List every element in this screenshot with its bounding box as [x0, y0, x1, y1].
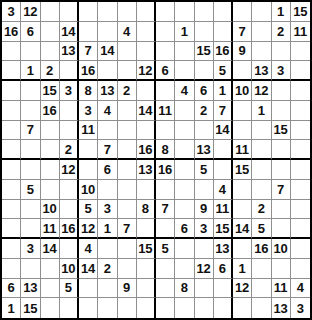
grid-cell-r6c6-given[interactable]: 4	[98, 101, 117, 121]
grid-cell-r14c1-empty[interactable]	[2, 259, 21, 279]
grid-cell-r1c6-empty[interactable]	[98, 2, 117, 22]
grid-cell-r3c7-empty[interactable]	[118, 42, 137, 62]
grid-cell-r12c7-given[interactable]: 7	[118, 219, 137, 239]
grid-cell-r15c10-given[interactable]: 8	[175, 279, 194, 299]
grid-cell-r13c1-empty[interactable]	[2, 239, 21, 259]
grid-cell-r16c1-given[interactable]: 1	[2, 298, 21, 318]
grid-cell-r11c1-empty[interactable]	[2, 200, 21, 220]
grid-cell-r2c5-empty[interactable]	[79, 22, 98, 42]
grid-cell-r9c11-given[interactable]: 5	[195, 160, 214, 180]
grid-cell-r1c8-empty[interactable]	[137, 2, 156, 22]
grid-cell-r13c11-empty[interactable]	[195, 239, 214, 259]
grid-cell-r15c2-given[interactable]: 13	[21, 279, 40, 299]
grid-cell-r8c1-empty[interactable]	[2, 140, 21, 160]
grid-cell-r14c16-empty[interactable]	[291, 259, 310, 279]
grid-cell-r5c4-given[interactable]: 3	[60, 81, 79, 101]
grid-cell-r7c13-empty[interactable]	[233, 121, 252, 141]
grid-cell-r7c5-given[interactable]: 11	[79, 121, 98, 141]
grid-cell-r4c2-given[interactable]: 1	[21, 61, 40, 81]
grid-cell-r1c7-empty[interactable]	[118, 2, 137, 22]
grid-cell-r8c3-empty[interactable]	[41, 140, 60, 160]
grid-cell-r16c13-empty[interactable]	[233, 298, 252, 318]
grid-cell-r5c2-empty[interactable]	[21, 81, 40, 101]
grid-cell-r13c8-given[interactable]: 15	[137, 239, 156, 259]
grid-cell-r3c16-empty[interactable]	[291, 42, 310, 62]
grid-cell-r12c13-given[interactable]: 14	[233, 219, 252, 239]
grid-cell-r6c4-empty[interactable]	[60, 101, 79, 121]
grid-cell-r6c7-empty[interactable]	[118, 101, 137, 121]
grid-cell-r3c4-given[interactable]: 13	[60, 42, 79, 62]
grid-cell-r4c3-given[interactable]: 2	[41, 61, 60, 81]
grid-cell-r13c6-empty[interactable]	[98, 239, 117, 259]
grid-cell-r14c10-empty[interactable]	[175, 259, 194, 279]
grid-cell-r9c7-empty[interactable]	[118, 160, 137, 180]
grid-cell-r4c4-empty[interactable]	[60, 61, 79, 81]
grid-cell-r1c12-empty[interactable]	[214, 2, 233, 22]
grid-cell-r12c5-given[interactable]: 12	[79, 219, 98, 239]
grid-cell-r1c14-empty[interactable]	[252, 2, 271, 22]
grid-cell-r12c15-empty[interactable]	[272, 219, 291, 239]
grid-cell-r3c14-empty[interactable]	[252, 42, 271, 62]
grid-cell-r10c2-given[interactable]: 5	[21, 180, 40, 200]
grid-cell-r9c14-empty[interactable]	[252, 160, 271, 180]
grid-cell-r10c7-empty[interactable]	[118, 180, 137, 200]
grid-cell-r4c12-given[interactable]: 5	[214, 61, 233, 81]
grid-cell-r5c13-given[interactable]: 10	[233, 81, 252, 101]
grid-cell-r2c8-empty[interactable]	[137, 22, 156, 42]
grid-cell-r4c16-empty[interactable]	[291, 61, 310, 81]
grid-cell-r11c14-given[interactable]: 2	[252, 200, 271, 220]
grid-cell-r9c6-given[interactable]: 6	[98, 160, 117, 180]
grid-cell-r15c8-empty[interactable]	[137, 279, 156, 299]
grid-cell-r6c8-given[interactable]: 14	[137, 101, 156, 121]
grid-cell-r7c10-empty[interactable]	[175, 121, 194, 141]
grid-cell-r8c2-empty[interactable]	[21, 140, 40, 160]
grid-cell-r13c12-given[interactable]: 13	[214, 239, 233, 259]
grid-cell-r15c5-empty[interactable]	[79, 279, 98, 299]
grid-cell-r5c16-empty[interactable]	[291, 81, 310, 101]
grid-cell-r1c16-given[interactable]: 15	[291, 2, 310, 22]
grid-cell-r7c11-empty[interactable]	[195, 121, 214, 141]
grid-cell-r11c10-empty[interactable]	[175, 200, 194, 220]
grid-cell-r12c16-empty[interactable]	[291, 219, 310, 239]
grid-cell-r3c13-given[interactable]: 9	[233, 42, 252, 62]
grid-cell-r13c2-given[interactable]: 3	[21, 239, 40, 259]
grid-cell-r10c9-empty[interactable]	[156, 180, 175, 200]
grid-cell-r13c16-empty[interactable]	[291, 239, 310, 259]
grid-cell-r10c12-given[interactable]: 4	[214, 180, 233, 200]
grid-cell-r7c2-given[interactable]: 7	[21, 121, 40, 141]
grid-cell-r4c5-given[interactable]: 16	[79, 61, 98, 81]
grid-cell-r15c16-given[interactable]: 4	[291, 279, 310, 299]
grid-cell-r16c11-empty[interactable]	[195, 298, 214, 318]
grid-cell-r11c4-empty[interactable]	[60, 200, 79, 220]
grid-cell-r6c11-given[interactable]: 2	[195, 101, 214, 121]
grid-cell-r3c5-given[interactable]: 7	[79, 42, 98, 62]
grid-cell-r2c4-given[interactable]: 14	[60, 22, 79, 42]
grid-cell-r9c5-empty[interactable]	[79, 160, 98, 180]
grid-cell-r10c16-empty[interactable]	[291, 180, 310, 200]
hexadoku-board: 3121151661441721113714151691216126513315…	[0, 0, 312, 320]
grid-cell-r13c3-given[interactable]: 14	[41, 239, 60, 259]
grid-cell-r12c11-given[interactable]: 3	[195, 219, 214, 239]
grid-cell-r5c3-given[interactable]: 15	[41, 81, 60, 101]
grid-cell-r13c10-empty[interactable]	[175, 239, 194, 259]
grid-cell-r14c2-empty[interactable]	[21, 259, 40, 279]
grid-cell-r13c7-empty[interactable]	[118, 239, 137, 259]
grid-cell-r16c15-given[interactable]: 13	[272, 298, 291, 318]
grid-cell-r15c13-given[interactable]: 12	[233, 279, 252, 299]
grid-cell-r14c12-given[interactable]: 6	[214, 259, 233, 279]
grid-cell-r3c10-empty[interactable]	[175, 42, 194, 62]
grid-cell-r15c4-given[interactable]: 5	[60, 279, 79, 299]
grid-cell-r13c4-empty[interactable]	[60, 239, 79, 259]
grid-cell-r6c14-given[interactable]: 1	[252, 101, 271, 121]
grid-cell-r10c1-empty[interactable]	[2, 180, 21, 200]
grid-cell-r13c13-empty[interactable]	[233, 239, 252, 259]
grid-cell-r11c6-given[interactable]: 3	[98, 200, 117, 220]
grid-cell-r4c14-given[interactable]: 13	[252, 61, 271, 81]
grid-cell-r6c2-empty[interactable]	[21, 101, 40, 121]
grid-cell-r1c3-empty[interactable]	[41, 2, 60, 22]
grid-cell-r14c9-empty[interactable]	[156, 259, 175, 279]
grid-cell-r6c12-given[interactable]: 7	[214, 101, 233, 121]
grid-cell-r6c13-empty[interactable]	[233, 101, 252, 121]
grid-cell-r14c4-given[interactable]: 10	[60, 259, 79, 279]
grid-cell-r16c5-empty[interactable]	[79, 298, 98, 318]
grid-cell-r11c7-empty[interactable]	[118, 200, 137, 220]
grid-cell-r12c2-empty[interactable]	[21, 219, 40, 239]
grid-cell-r14c14-empty[interactable]	[252, 259, 271, 279]
grid-cell-r14c13-given[interactable]: 1	[233, 259, 252, 279]
grid-cell-r8c14-empty[interactable]	[252, 140, 271, 160]
grid-cell-r6c15-empty[interactable]	[272, 101, 291, 121]
grid-cell-r7c3-empty[interactable]	[41, 121, 60, 141]
grid-cell-r9c13-given[interactable]: 15	[233, 160, 252, 180]
grid-cell-r12c3-given[interactable]: 11	[41, 219, 60, 239]
grid-cell-r9c1-empty[interactable]	[2, 160, 21, 180]
grid-cell-r4c10-empty[interactable]	[175, 61, 194, 81]
grid-cell-r3c9-empty[interactable]	[156, 42, 175, 62]
grid-cell-r16c10-empty[interactable]	[175, 298, 194, 318]
grid-cell-r7c9-empty[interactable]	[156, 121, 175, 141]
grid-cell-r11c12-given[interactable]: 11	[214, 200, 233, 220]
grid-cell-r9c2-empty[interactable]	[21, 160, 40, 180]
grid-cell-r14c15-empty[interactable]	[272, 259, 291, 279]
grid-cell-r5c5-given[interactable]: 8	[79, 81, 98, 101]
grid-cell-r13c14-given[interactable]: 16	[252, 239, 271, 259]
grid-cell-r16c2-given[interactable]: 15	[21, 298, 40, 318]
grid-cell-r16c4-empty[interactable]	[60, 298, 79, 318]
grid-cell-r7c4-empty[interactable]	[60, 121, 79, 141]
grid-cell-r11c2-empty[interactable]	[21, 200, 40, 220]
grid-cell-r2c6-empty[interactable]	[98, 22, 117, 42]
grid-cell-r9c15-empty[interactable]	[272, 160, 291, 180]
grid-cell-r2c14-empty[interactable]	[252, 22, 271, 42]
grid-cell-r4c13-empty[interactable]	[233, 61, 252, 81]
grid-cell-r2c16-given[interactable]: 11	[291, 22, 310, 42]
grid-cell-r11c16-empty[interactable]	[291, 200, 310, 220]
grid-cell-r14c7-empty[interactable]	[118, 259, 137, 279]
grid-cell-r5c12-given[interactable]: 1	[214, 81, 233, 101]
grid-cell-r16c16-given[interactable]: 3	[291, 298, 310, 318]
grid-cell-r8c6-given[interactable]: 7	[98, 140, 117, 160]
grid-cell-r10c15-given[interactable]: 7	[272, 180, 291, 200]
grid-cell-r15c12-empty[interactable]	[214, 279, 233, 299]
grid-cell-r5c6-given[interactable]: 13	[98, 81, 117, 101]
grid-cell-r10c10-empty[interactable]	[175, 180, 194, 200]
grid-cell-r3c2-empty[interactable]	[21, 42, 40, 62]
grid-cell-r12c9-empty[interactable]	[156, 219, 175, 239]
grid-cell-r15c7-given[interactable]: 9	[118, 279, 137, 299]
grid-cell-r1c13-empty[interactable]	[233, 2, 252, 22]
grid-cell-r2c12-empty[interactable]	[214, 22, 233, 42]
grid-cell-r1c15-given[interactable]: 1	[272, 2, 291, 22]
grid-cell-r13c15-given[interactable]: 10	[272, 239, 291, 259]
grid-cell-r15c6-empty[interactable]	[98, 279, 117, 299]
grid-cell-r9c3-empty[interactable]	[41, 160, 60, 180]
grid-cell-r10c8-empty[interactable]	[137, 180, 156, 200]
grid-cell-r12c12-given[interactable]: 15	[214, 219, 233, 239]
grid-cell-r12c10-given[interactable]: 6	[175, 219, 194, 239]
grid-cell-r14c5-given[interactable]: 14	[79, 259, 98, 279]
grid-cell-r9c16-empty[interactable]	[291, 160, 310, 180]
grid-cell-r16c9-empty[interactable]	[156, 298, 175, 318]
grid-cell-r16c6-empty[interactable]	[98, 298, 117, 318]
grid-cell-r6c16-empty[interactable]	[291, 101, 310, 121]
grid-cell-r3c12-given[interactable]: 16	[214, 42, 233, 62]
grid-cell-r15c14-empty[interactable]	[252, 279, 271, 299]
grid-cell-r5c1-empty[interactable]	[2, 81, 21, 101]
grid-cell-r5c7-given[interactable]: 2	[118, 81, 137, 101]
grid-cell-r15c3-empty[interactable]	[41, 279, 60, 299]
grid-cell-r4c6-empty[interactable]	[98, 61, 117, 81]
grid-cell-r2c1-given[interactable]: 16	[2, 22, 21, 42]
grid-cell-r12c14-given[interactable]: 5	[252, 219, 271, 239]
grid-cell-r11c11-given[interactable]: 9	[195, 200, 214, 220]
grid-cell-r9c4-given[interactable]: 12	[60, 160, 79, 180]
grid-cell-r13c9-given[interactable]: 5	[156, 239, 175, 259]
grid-cell-r9c8-given[interactable]: 13	[137, 160, 156, 180]
grid-cell-r9c9-given[interactable]: 16	[156, 160, 175, 180]
grid-cell-r3c1-empty[interactable]	[2, 42, 21, 62]
grid-cell-r4c9-given[interactable]: 6	[156, 61, 175, 81]
grid-cell-r8c5-empty[interactable]	[79, 140, 98, 160]
grid-cell-r2c9-empty[interactable]	[156, 22, 175, 42]
grid-cell-r13c5-given[interactable]: 4	[79, 239, 98, 259]
grid-cell-r6c1-empty[interactable]	[2, 101, 21, 121]
grid-cell-r15c9-empty[interactable]	[156, 279, 175, 299]
grid-cell-r15c11-empty[interactable]	[195, 279, 214, 299]
grid-cell-r8c16-empty[interactable]	[291, 140, 310, 160]
grid-cell-r10c13-empty[interactable]	[233, 180, 252, 200]
grid-cell-r6c5-given[interactable]: 3	[79, 101, 98, 121]
grid-cell-r5c14-given[interactable]: 12	[252, 81, 271, 101]
grid-cell-r1c5-empty[interactable]	[79, 2, 98, 22]
grid-cell-r7c1-empty[interactable]	[2, 121, 21, 141]
grid-cell-r2c7-given[interactable]: 4	[118, 22, 137, 42]
grid-cell-r14c11-given[interactable]: 12	[195, 259, 214, 279]
grid-cell-r2c15-given[interactable]: 2	[272, 22, 291, 42]
grid-cell-r5c15-empty[interactable]	[272, 81, 291, 101]
grid-cell-r7c15-given[interactable]: 15	[272, 121, 291, 141]
grid-cell-r1c4-empty[interactable]	[60, 2, 79, 22]
grid-cell-r8c4-given[interactable]: 2	[60, 140, 79, 160]
grid-cell-r14c3-empty[interactable]	[41, 259, 60, 279]
grid-cell-r7c6-empty[interactable]	[98, 121, 117, 141]
grid-cell-r2c11-empty[interactable]	[195, 22, 214, 42]
grid-cell-r3c11-given[interactable]: 15	[195, 42, 214, 62]
grid-cell-r4c11-empty[interactable]	[195, 61, 214, 81]
grid-cell-r1c2-given[interactable]: 12	[21, 2, 40, 22]
grid-cell-r8c13-given[interactable]: 11	[233, 140, 252, 160]
grid-cell-r5c10-given[interactable]: 4	[175, 81, 194, 101]
grid-cell-r14c6-given[interactable]: 2	[98, 259, 117, 279]
grid-cell-r3c3-empty[interactable]	[41, 42, 60, 62]
grid-cell-r1c11-empty[interactable]	[195, 2, 214, 22]
grid-cell-r3c8-empty[interactable]	[137, 42, 156, 62]
grid-cell-r8c7-empty[interactable]	[118, 140, 137, 160]
grid-cell-r6c3-given[interactable]: 16	[41, 101, 60, 121]
grid-cell-r10c5-given[interactable]: 10	[79, 180, 98, 200]
grid-cell-r1c1-given[interactable]: 3	[2, 2, 21, 22]
grid-cell-r7c7-empty[interactable]	[118, 121, 137, 141]
grid-cell-r11c15-empty[interactable]	[272, 200, 291, 220]
grid-cell-r7c12-given[interactable]: 14	[214, 121, 233, 141]
grid-cell-r10c3-empty[interactable]	[41, 180, 60, 200]
grid-cell-r8c8-given[interactable]: 16	[137, 140, 156, 160]
grid-cell-r12c6-given[interactable]: 1	[98, 219, 117, 239]
grid-cell-r8c12-empty[interactable]	[214, 140, 233, 160]
grid-cell-r8c10-empty[interactable]	[175, 140, 194, 160]
grid-cell-r3c6-given[interactable]: 14	[98, 42, 117, 62]
grid-cell-r12c8-empty[interactable]	[137, 219, 156, 239]
grid-cell-r12c4-given[interactable]: 16	[60, 219, 79, 239]
grid-cell-r11c3-given[interactable]: 10	[41, 200, 60, 220]
grid-cell-r15c1-given[interactable]: 6	[2, 279, 21, 299]
grid-cell-r9c12-empty[interactable]	[214, 160, 233, 180]
grid-cell-r5c11-given[interactable]: 6	[195, 81, 214, 101]
grid-cell-r16c3-empty[interactable]	[41, 298, 60, 318]
grid-cell-r7c8-empty[interactable]	[137, 121, 156, 141]
grid-cell-r9c10-empty[interactable]	[175, 160, 194, 180]
grid-cell-r4c7-empty[interactable]	[118, 61, 137, 81]
grid-cell-r11c5-given[interactable]: 5	[79, 200, 98, 220]
grid-cell-r10c14-empty[interactable]	[252, 180, 271, 200]
grid-cell-r7c16-empty[interactable]	[291, 121, 310, 141]
grid-cell-r16c14-empty[interactable]	[252, 298, 271, 318]
grid-cell-r11c8-given[interactable]: 8	[137, 200, 156, 220]
grid-cell-r10c11-empty[interactable]	[195, 180, 214, 200]
grid-cell-r8c15-empty[interactable]	[272, 140, 291, 160]
grid-cell-r11c9-given[interactable]: 7	[156, 200, 175, 220]
grid-cell-r2c13-given[interactable]: 7	[233, 22, 252, 42]
grid-cell-r16c7-empty[interactable]	[118, 298, 137, 318]
grid-cell-r6c10-empty[interactable]	[175, 101, 194, 121]
grid-cell-r6c9-given[interactable]: 11	[156, 101, 175, 121]
grid-cell-r10c6-empty[interactable]	[98, 180, 117, 200]
grid-cell-r12c1-empty[interactable]	[2, 219, 21, 239]
grid-cell-r10c4-empty[interactable]	[60, 180, 79, 200]
grid-cell-r14c8-empty[interactable]	[137, 259, 156, 279]
grid-cell-r4c15-given[interactable]: 3	[272, 61, 291, 81]
grid-cell-r1c9-empty[interactable]	[156, 2, 175, 22]
grid-cell-r7c14-empty[interactable]	[252, 121, 271, 141]
grid-cell-r16c12-empty[interactable]	[214, 298, 233, 318]
grid-cell-r11c13-empty[interactable]	[233, 200, 252, 220]
grid-cell-r5c9-empty[interactable]	[156, 81, 175, 101]
grid-cell-r3c15-empty[interactable]	[272, 42, 291, 62]
grid-cell-r2c3-empty[interactable]	[41, 22, 60, 42]
grid-cell-r8c9-given[interactable]: 8	[156, 140, 175, 160]
grid-cell-r1c10-empty[interactable]	[175, 2, 194, 22]
grid-cell-r15c15-given[interactable]: 11	[272, 279, 291, 299]
grid-cell-r2c10-given[interactable]: 1	[175, 22, 194, 42]
grid-cell-r8c11-given[interactable]: 13	[195, 140, 214, 160]
grid-cell-r4c8-given[interactable]: 12	[137, 61, 156, 81]
grid-cell-r4c1-empty[interactable]	[2, 61, 21, 81]
grid-cell-r2c2-given[interactable]: 6	[21, 22, 40, 42]
grid-cell-r5c8-empty[interactable]	[137, 81, 156, 101]
grid-cell-r16c8-empty[interactable]	[137, 298, 156, 318]
